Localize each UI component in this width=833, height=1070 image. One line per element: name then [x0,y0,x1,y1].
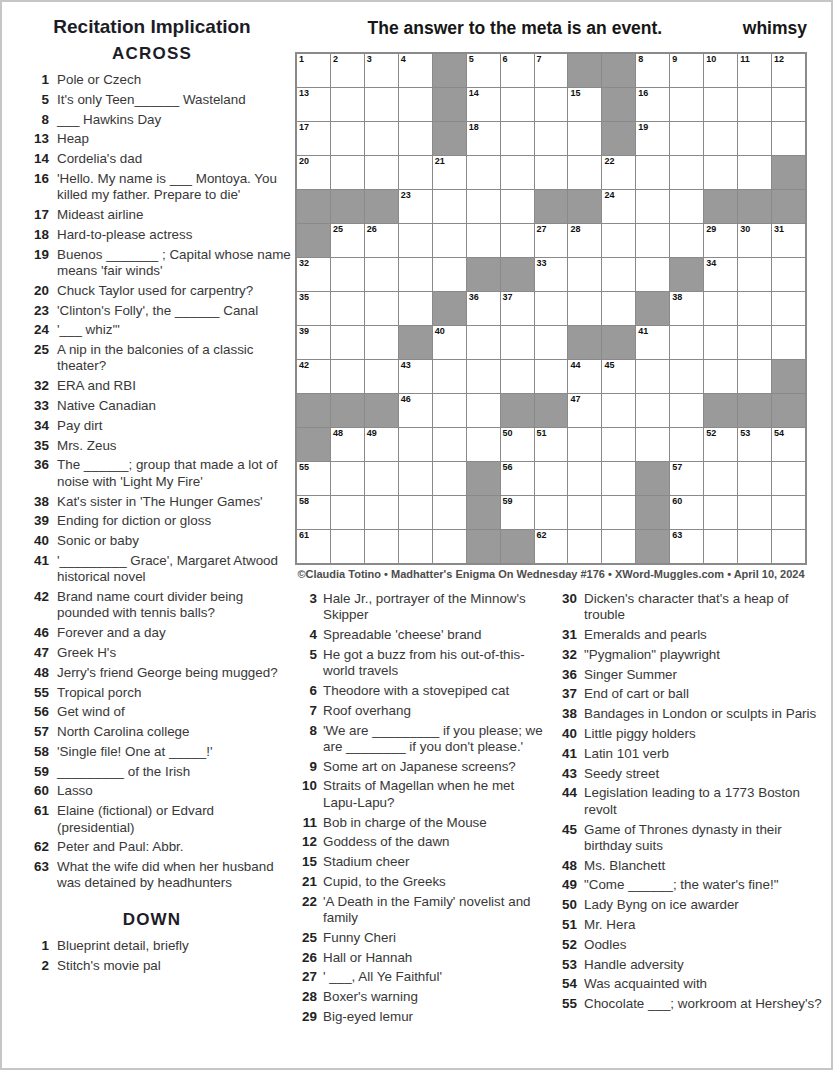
block-cell [772,190,805,223]
clue-down-1: 1Blueprint detail, briefly [12,938,292,954]
clue-across-5: 5It's only Teen______ Wasteland [12,92,292,108]
clue-text: 'Clinton's Folly', the ______ Canal [57,303,292,319]
clue-number: 14 [12,151,49,167]
grid-cell[interactable] [331,258,364,291]
grid-cell[interactable]: 42 [297,360,330,393]
grid-cell[interactable] [704,156,737,189]
clue-across-46: 46Forever and a day [12,625,292,641]
grid-cell[interactable]: 20 [297,156,330,189]
grid-cell[interactable] [365,462,398,495]
clue-across-58: 58'Single file! One at _____!' [12,744,292,760]
grid-cell[interactable] [433,530,466,563]
grid-cell[interactable] [433,496,466,529]
grid-cell[interactable] [738,360,771,393]
grid-cell[interactable]: 48 [331,428,364,461]
grid-cell[interactable] [467,326,500,359]
clue-number: 28 [297,989,317,1005]
grid-cell[interactable]: 10 [704,54,737,87]
grid-cell[interactable]: 46 [399,394,432,427]
grid-cell[interactable] [568,292,601,325]
grid-cell[interactable] [399,530,432,563]
cell-number: 35 [299,293,309,302]
clue-number: 33 [12,398,49,414]
grid-cell[interactable]: 51 [535,428,568,461]
grid-cell[interactable] [636,156,669,189]
block-cell [331,190,364,223]
grid-cell[interactable]: 8 [636,54,669,87]
clue-down-32: 32"Pygmalion" playwright [545,647,827,663]
grid-cell[interactable] [331,496,364,529]
grid-cell[interactable] [433,462,466,495]
grid-cell[interactable]: 31 [772,224,805,257]
block-cell [636,496,669,529]
clue-text: Cordelia's dad [57,151,292,167]
cell-number: 46 [401,395,411,404]
block-cell [433,88,466,121]
grid-cell[interactable] [602,258,635,291]
grid-cell[interactable] [772,326,805,359]
clue-down-38: 38Bandages in London or sculpts in Paris [545,706,827,722]
clue-text: Stadium cheer [323,854,544,870]
cell-number: 39 [299,327,309,336]
grid-cell[interactable] [501,190,534,223]
grid-cell[interactable] [399,88,432,121]
grid-cell[interactable]: 53 [738,428,771,461]
grid-cell[interactable]: 18 [467,122,500,155]
clue-number: 52 [545,937,577,953]
clue-number: 25 [12,342,49,358]
grid-cell[interactable] [602,394,635,427]
block-cell [297,394,330,427]
grid-cell[interactable] [501,156,534,189]
grid-cell[interactable] [670,122,703,155]
grid-cell[interactable] [399,292,432,325]
grid-cell[interactable]: 28 [568,224,601,257]
grid-cell[interactable]: 61 [297,530,330,563]
grid-cell[interactable]: 52 [704,428,737,461]
grid-cell[interactable]: 2 [331,54,364,87]
clue-down-21: 21Cupid, to the Greeks [297,874,544,890]
clue-text: Some art on Japanese screens? [323,759,544,775]
grid-cell[interactable] [331,292,364,325]
clue-across-40: 40Sonic or baby [12,533,292,549]
cell-number: 50 [503,429,513,438]
clue-down-40: 40Little piggy holders [545,726,827,742]
grid-cell[interactable] [670,360,703,393]
clue-number: 11 [297,815,317,831]
clue-text: Pole or Czech [57,72,292,88]
grid-cell[interactable] [399,462,432,495]
grid-cell[interactable] [433,360,466,393]
grid-cell[interactable] [636,428,669,461]
clue-down-3: 3Hale Jr., portrayer of the Minnow's Ski… [297,591,544,624]
grid-cell[interactable] [365,530,398,563]
block-cell [772,394,805,427]
grid-cell[interactable] [501,122,534,155]
clue-number: 51 [545,917,577,933]
clue-number: 23 [12,303,49,319]
clue-across-63: 63What the wife did when her husband was… [12,859,292,892]
clue-across-38: 38Kat's sister in 'The Hunger Games' [12,494,292,510]
clue-across-55: 55Tropical porch [12,685,292,701]
clue-down-48: 48Ms. Blanchett [545,858,827,874]
grid-cell[interactable]: 1 [297,54,330,87]
clue-number: 40 [545,726,577,742]
grid-cell[interactable] [399,156,432,189]
cell-number: 34 [706,259,716,268]
grid-cell[interactable] [535,122,568,155]
clue-number: 42 [12,589,49,605]
grid-cell[interactable] [636,258,669,291]
grid-cell[interactable]: 34 [704,258,737,291]
cell-number: 11 [740,55,750,64]
grid-cell[interactable]: 3 [365,54,398,87]
clue-number: 9 [297,759,317,775]
grid-cell[interactable] [365,326,398,359]
grid-cell[interactable]: 60 [670,496,703,529]
grid-cell[interactable] [772,88,805,121]
grid-cell[interactable] [399,428,432,461]
clue-down-6: 6Theodore with a stovepiped cat [297,683,544,699]
grid-cell[interactable] [331,88,364,121]
grid-cell[interactable] [568,122,601,155]
grid-cell[interactable]: 44 [568,360,601,393]
grid-cell[interactable] [670,190,703,223]
grid-cell[interactable] [399,224,432,257]
clue-across-48: 48Jerry's friend George being mugged? [12,665,292,681]
clue-number: 26 [297,950,317,966]
grid-cell[interactable]: 50 [501,428,534,461]
grid-cell[interactable] [501,326,534,359]
grid-cell[interactable] [535,292,568,325]
grid-cell[interactable] [772,462,805,495]
clue-across-60: 60Lasso [12,783,292,799]
clue-down-11: 11Bob in charge of the Mouse [297,815,544,831]
grid-cell[interactable] [568,156,601,189]
grid-cell[interactable] [772,292,805,325]
grid-cell[interactable] [535,462,568,495]
clue-text: Chuck Taylor used for carpentry? [57,283,292,299]
clue-down-26: 26Hall or Hannah [297,950,544,966]
grid-cell[interactable] [365,360,398,393]
cell-number: 58 [299,497,309,506]
grid-cell[interactable] [602,530,635,563]
grid-cell[interactable] [704,496,737,529]
grid-cell[interactable] [467,360,500,393]
grid-cell[interactable]: 30 [738,224,771,257]
grid-cell[interactable]: 63 [670,530,703,563]
grid-cell[interactable] [568,258,601,291]
grid-cell[interactable] [738,292,771,325]
grid-cell[interactable]: 59 [501,496,534,529]
grid-cell[interactable]: 16 [636,88,669,121]
cell-number: 9 [672,55,677,64]
grid-cell[interactable] [365,292,398,325]
grid-cell[interactable] [467,190,500,223]
grid-cell[interactable] [772,258,805,291]
clue-number: 7 [297,703,317,719]
grid-cell[interactable] [670,326,703,359]
block-cell [738,394,771,427]
clue-number: 41 [12,553,49,569]
grid-cell[interactable] [568,462,601,495]
grid-cell[interactable]: 11 [738,54,771,87]
grid-cell[interactable]: 14 [467,88,500,121]
grid-cell[interactable]: 4 [399,54,432,87]
clue-down-31: 31Emeralds and pearls [545,627,827,643]
grid-cell[interactable] [670,88,703,121]
clue-number: 39 [12,513,49,529]
grid-cell[interactable] [772,496,805,529]
grid-cell[interactable] [331,326,364,359]
grid-cell[interactable]: 6 [501,54,534,87]
cell-number: 51 [537,429,547,438]
grid-cell[interactable] [501,88,534,121]
grid-cell[interactable]: 22 [602,156,635,189]
grid-cell[interactable] [738,326,771,359]
grid-cell[interactable] [331,122,364,155]
grid-cell[interactable]: 25 [331,224,364,257]
grid-cell[interactable] [535,156,568,189]
block-cell [772,156,805,189]
grid-cell[interactable] [704,326,737,359]
grid-cell[interactable]: 56 [501,462,534,495]
clue-text: Mr. Hera [584,917,827,933]
grid-cell[interactable]: 24 [602,190,635,223]
grid-cell[interactable] [535,88,568,121]
grid-cell[interactable]: 19 [636,122,669,155]
clue-number: 15 [297,854,317,870]
clue-across-1: 1Pole or Czech [12,72,292,88]
grid-cell[interactable] [331,530,364,563]
clue-text: What the wife did when her husband was d… [57,859,292,892]
grid-cell[interactable]: 27 [535,224,568,257]
clue-across-56: 56Get wind of [12,704,292,720]
grid-cell[interactable]: 40 [433,326,466,359]
grid-cell[interactable]: 12 [772,54,805,87]
grid-cell[interactable] [433,394,466,427]
clue-text: Singer Summer [584,667,827,683]
clue-number: 55 [545,996,577,1012]
grid-cell[interactable] [399,496,432,529]
clue-text: End of cart or ball [584,686,827,702]
clue-text: Jerry's friend George being mugged? [57,665,292,681]
grid-cell[interactable] [704,292,737,325]
clue-text: Game of Thrones dynasty in their birthda… [584,822,827,855]
cell-number: 21 [435,157,445,166]
cell-number: 14 [469,89,479,98]
grid-cell[interactable] [738,258,771,291]
clue-number: 36 [12,457,49,473]
grid-cell[interactable]: 38 [670,292,703,325]
grid-cell[interactable] [602,224,635,257]
grid-cell[interactable] [433,224,466,257]
grid-cell[interactable]: 33 [535,258,568,291]
grid-cell[interactable] [365,122,398,155]
clue-number: 32 [12,378,49,394]
grid-cell[interactable] [535,360,568,393]
grid-cell[interactable]: 39 [297,326,330,359]
grid-cell[interactable]: 7 [535,54,568,87]
grid-cell[interactable] [535,326,568,359]
clue-number: 31 [545,627,577,643]
grid-cell[interactable]: 13 [297,88,330,121]
grid-cell[interactable] [636,190,669,223]
grid-cell[interactable] [433,258,466,291]
grid-cell[interactable] [399,258,432,291]
cell-number: 15 [570,89,580,98]
clue-down-9: 9Some art on Japanese screens? [297,759,544,775]
grid-cell[interactable] [365,88,398,121]
clue-number: 20 [12,283,49,299]
grid-cell[interactable] [704,462,737,495]
grid-cell[interactable] [704,88,737,121]
grid-cell[interactable] [670,156,703,189]
clue-text: Latin 101 verb [584,746,827,762]
grid-cell[interactable] [602,428,635,461]
block-cell [467,258,500,291]
grid-cell[interactable] [704,360,737,393]
grid-cell[interactable]: 41 [636,326,669,359]
clue-number: 61 [12,803,49,819]
clue-number: 10 [297,778,317,794]
cell-number: 29 [706,225,716,234]
grid-cell[interactable]: 62 [535,530,568,563]
grid-cell[interactable] [467,156,500,189]
grid-cell[interactable]: 5 [467,54,500,87]
clue-text: Lasso [57,783,292,799]
grid-cell[interactable] [568,428,601,461]
clue-text: Oodles [584,937,827,953]
grid-cell[interactable] [433,190,466,223]
grid-cell[interactable] [704,122,737,155]
clue-number: 8 [297,723,317,739]
grid-cell[interactable] [738,496,771,529]
grid-cell[interactable] [535,496,568,529]
grid-cell[interactable] [602,496,635,529]
clue-down-52: 52Oodles [545,937,827,953]
grid-cell[interactable] [433,428,466,461]
clue-text: Kat's sister in 'The Hunger Games' [57,494,292,510]
grid-cell[interactable] [738,462,771,495]
clue-across-36: 36The ______; group that made a lot of n… [12,457,292,490]
grid-cell[interactable]: 58 [297,496,330,529]
clue-text: Goddess of the dawn [323,834,544,850]
grid-cell[interactable] [670,428,703,461]
clue-down-15: 15Stadium cheer [297,854,544,870]
grid-cell[interactable] [636,360,669,393]
clue-down-43: 43Seedy street [545,766,827,782]
block-cell [568,54,601,87]
clue-across-47: 47Greek H's [12,645,292,661]
clue-text: Cupid, to the Greeks [323,874,544,890]
grid-cell[interactable] [636,224,669,257]
grid-cell[interactable]: 36 [467,292,500,325]
cell-number: 6 [503,55,508,64]
grid-cell[interactable] [738,122,771,155]
clue-number: 48 [545,858,577,874]
clue-number: 57 [12,724,49,740]
cell-number: 27 [537,225,547,234]
grid-cell[interactable]: 35 [297,292,330,325]
clue-number: 38 [545,706,577,722]
clue-text: Sonic or baby [57,533,292,549]
grid-cell[interactable]: 47 [568,394,601,427]
grid-cell[interactable] [670,224,703,257]
grid-cell[interactable] [501,224,534,257]
grid-cell[interactable] [365,156,398,189]
cell-number: 33 [537,259,547,268]
clue-across-59: 59_________ of the Irish [12,764,292,780]
grid-cell[interactable]: 49 [365,428,398,461]
clue-number: 1 [12,938,49,954]
clue-text: Native Canadian [57,398,292,414]
grid-cell[interactable] [467,224,500,257]
grid-cell[interactable]: 15 [568,88,601,121]
grid-cell[interactable] [670,394,703,427]
grid-cell[interactable] [365,258,398,291]
grid-cell[interactable] [501,360,534,393]
block-cell [297,224,330,257]
clue-down-25: 25Funny Cheri [297,930,544,946]
grid-cell[interactable] [772,122,805,155]
grid-cell[interactable] [331,462,364,495]
grid-cell[interactable] [602,462,635,495]
grid-cell[interactable] [568,496,601,529]
grid-cell[interactable]: 55 [297,462,330,495]
grid-cell[interactable] [365,496,398,529]
grid-cell[interactable]: 43 [399,360,432,393]
clue-across-19: 19Buenos _______ ; Capital whose name me… [12,247,292,280]
grid-cell[interactable]: 32 [297,258,330,291]
grid-cell[interactable] [331,360,364,393]
grid-cell[interactable] [467,394,500,427]
clue-across-24: 24'___ whiz'" [12,322,292,338]
cell-number: 30 [740,225,750,234]
clue-text: Forever and a day [57,625,292,641]
grid-cell[interactable]: 23 [399,190,432,223]
grid-cell[interactable]: 57 [670,462,703,495]
cell-number: 12 [774,55,784,64]
grid-cell[interactable] [738,88,771,121]
grid-cell[interactable] [568,530,601,563]
grid-cell[interactable]: 37 [501,292,534,325]
grid-cell[interactable] [738,530,771,563]
grid-cell[interactable]: 9 [670,54,703,87]
grid-cell[interactable] [704,530,737,563]
grid-cell[interactable] [602,292,635,325]
block-cell [568,326,601,359]
grid-cell[interactable]: 54 [772,428,805,461]
clue-across-32: 32ERA and RBI [12,378,292,394]
grid-cell[interactable]: 29 [704,224,737,257]
clue-number: 29 [297,1009,317,1025]
grid-cell[interactable] [738,156,771,189]
clue-across-20: 20Chuck Taylor used for carpentry? [12,283,292,299]
grid-cell[interactable]: 26 [365,224,398,257]
grid-cell[interactable] [331,156,364,189]
grid-cell[interactable] [636,394,669,427]
grid-cell[interactable]: 21 [433,156,466,189]
clue-across-61: 61Elaine (fictional) or Edvard (presiden… [12,803,292,836]
grid-cell[interactable]: 17 [297,122,330,155]
grid-cell[interactable] [772,530,805,563]
block-cell [297,190,330,223]
grid-cell[interactable] [399,122,432,155]
grid-cell[interactable]: 45 [602,360,635,393]
clue-number: 41 [545,746,577,762]
grid-cell[interactable] [467,428,500,461]
